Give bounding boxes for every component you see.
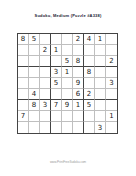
cell-r9c9[interactable] [106, 122, 117, 133]
cell-r6c3[interactable] [40, 89, 51, 100]
cell-r9c6[interactable] [73, 122, 84, 133]
cell-r6c6[interactable]: 6 [73, 89, 84, 100]
cell-r6c8[interactable] [95, 89, 106, 100]
cell-r4c7[interactable]: 8 [84, 67, 95, 78]
cell-r4c5[interactable]: 1 [62, 67, 73, 78]
cell-r1c5[interactable] [62, 34, 73, 45]
cell-r2c8[interactable] [95, 45, 106, 56]
cell-r9c3[interactable] [40, 122, 51, 133]
cell-r4c4[interactable]: 3 [51, 67, 62, 78]
cell-r7c5[interactable]: 9 [62, 100, 73, 111]
cell-r8c1[interactable]: 7 [18, 111, 29, 122]
cell-r8c7[interactable] [84, 111, 95, 122]
cell-r3c4[interactable] [51, 56, 62, 67]
cell-r4c9[interactable] [106, 67, 117, 78]
cell-r2c6[interactable] [73, 45, 84, 56]
cell-r1c1[interactable]: 8 [18, 34, 29, 45]
cell-r6c9[interactable] [106, 89, 117, 100]
cell-r7c7[interactable]: 5 [84, 100, 95, 111]
cell-r3c9[interactable]: 2 [106, 56, 117, 67]
cell-r3c8[interactable] [95, 56, 106, 67]
cell-r8c2[interactable] [29, 111, 40, 122]
cell-r8c3[interactable] [40, 111, 51, 122]
cell-r2c7[interactable] [84, 45, 95, 56]
cell-r5c8[interactable] [95, 78, 106, 89]
cell-r1c4[interactable] [51, 34, 62, 45]
cell-r4c3[interactable] [40, 67, 51, 78]
cell-r4c8[interactable] [95, 67, 106, 78]
cell-r5c4[interactable]: 5 [51, 78, 62, 89]
sudoku-grid: 8524121582318593462837915713 [17, 33, 118, 134]
cell-r4c1[interactable] [18, 67, 29, 78]
cell-r1c2[interactable]: 5 [29, 34, 40, 45]
cell-r3c6[interactable]: 8 [73, 56, 84, 67]
cell-r6c5[interactable] [62, 89, 73, 100]
cell-r5c7[interactable] [84, 78, 95, 89]
cell-r7c2[interactable]: 8 [29, 100, 40, 111]
cell-r2c2[interactable] [29, 45, 40, 56]
cell-r9c7[interactable] [84, 122, 95, 133]
cell-r1c6[interactable]: 2 [73, 34, 84, 45]
cell-r8c6[interactable] [73, 111, 84, 122]
cell-r5c3[interactable] [40, 78, 51, 89]
cell-r4c6[interactable] [73, 67, 84, 78]
cell-r7c9[interactable] [106, 100, 117, 111]
printable-sudoku-page: Sudoku, Medium (Puzzle #A338) 8524121582… [0, 0, 136, 176]
cell-r8c4[interactable] [51, 111, 62, 122]
cell-r1c9[interactable] [106, 34, 117, 45]
cell-r1c7[interactable]: 4 [84, 34, 95, 45]
cell-r3c7[interactable] [84, 56, 95, 67]
cell-r3c3[interactable] [40, 56, 51, 67]
cell-r2c3[interactable]: 2 [40, 45, 51, 56]
cell-r5c1[interactable] [18, 78, 29, 89]
cell-r3c1[interactable] [18, 56, 29, 67]
cell-r5c9[interactable]: 3 [106, 78, 117, 89]
cell-r1c3[interactable] [40, 34, 51, 45]
cell-r3c2[interactable] [29, 56, 40, 67]
cell-r9c4[interactable] [51, 122, 62, 133]
cell-r9c1[interactable] [18, 122, 29, 133]
cell-r6c2[interactable]: 4 [29, 89, 40, 100]
cell-r7c4[interactable]: 7 [51, 100, 62, 111]
cell-r2c1[interactable] [18, 45, 29, 56]
cell-r5c6[interactable]: 9 [73, 78, 84, 89]
cell-r6c1[interactable] [18, 89, 29, 100]
cell-r5c2[interactable] [29, 78, 40, 89]
cell-r7c3[interactable]: 3 [40, 100, 51, 111]
cell-r8c8[interactable] [95, 111, 106, 122]
cell-r9c5[interactable] [62, 122, 73, 133]
cell-r8c5[interactable] [62, 111, 73, 122]
cell-r5c5[interactable] [62, 78, 73, 89]
cell-r4c2[interactable] [29, 67, 40, 78]
cell-r7c6[interactable]: 1 [73, 100, 84, 111]
cell-r8c9[interactable]: 1 [106, 111, 117, 122]
cell-r6c4[interactable] [51, 89, 62, 100]
cell-r7c8[interactable] [95, 100, 106, 111]
page-title: Sudoku, Medium (Puzzle #A338) [0, 13, 136, 18]
cell-r9c2[interactable] [29, 122, 40, 133]
cell-r2c5[interactable] [62, 45, 73, 56]
cell-r2c9[interactable] [106, 45, 117, 56]
cell-r3c5[interactable]: 5 [62, 56, 73, 67]
cell-r9c8[interactable]: 3 [95, 122, 106, 133]
cell-r2c4[interactable]: 1 [51, 45, 62, 56]
footer-url: www.PrintFreeSudoku.com [0, 160, 136, 164]
cell-r6c7[interactable]: 2 [84, 89, 95, 100]
cell-r1c8[interactable]: 1 [95, 34, 106, 45]
cell-r7c1[interactable] [18, 100, 29, 111]
